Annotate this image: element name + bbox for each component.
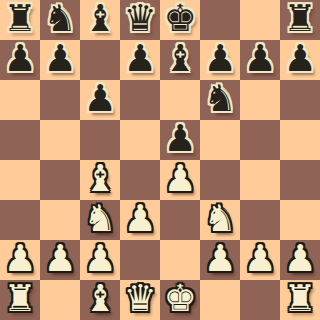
square-f5[interactable] bbox=[200, 120, 240, 160]
square-h1[interactable]: ♜ bbox=[280, 280, 320, 320]
square-a2[interactable]: ♟ bbox=[0, 240, 40, 280]
square-g2[interactable]: ♟ bbox=[240, 240, 280, 280]
square-h8[interactable]: ♜ bbox=[280, 0, 320, 40]
square-e2[interactable] bbox=[160, 240, 200, 280]
square-h3[interactable] bbox=[280, 200, 320, 240]
white-knight[interactable]: ♞ bbox=[83, 199, 116, 239]
white-pawn[interactable]: ♟ bbox=[83, 239, 116, 279]
square-f1[interactable] bbox=[200, 280, 240, 320]
black-king[interactable]: ♚ bbox=[163, 0, 196, 39]
square-c2[interactable]: ♟ bbox=[80, 240, 120, 280]
square-b8[interactable]: ♞ bbox=[40, 0, 80, 40]
square-f4[interactable] bbox=[200, 160, 240, 200]
black-pawn[interactable]: ♟ bbox=[243, 39, 276, 79]
square-g4[interactable] bbox=[240, 160, 280, 200]
white-bishop[interactable]: ♝ bbox=[83, 159, 116, 199]
square-d5[interactable] bbox=[120, 120, 160, 160]
square-d3[interactable]: ♟ bbox=[120, 200, 160, 240]
square-c1[interactable]: ♝ bbox=[80, 280, 120, 320]
square-d8[interactable]: ♛ bbox=[120, 0, 160, 40]
square-h7[interactable]: ♟ bbox=[280, 40, 320, 80]
black-bishop[interactable]: ♝ bbox=[163, 39, 196, 79]
white-pawn[interactable]: ♟ bbox=[3, 239, 36, 279]
black-pawn[interactable]: ♟ bbox=[163, 119, 196, 159]
black-pawn[interactable]: ♟ bbox=[83, 79, 116, 119]
square-d7[interactable]: ♟ bbox=[120, 40, 160, 80]
white-pawn[interactable]: ♟ bbox=[163, 159, 196, 199]
white-queen[interactable]: ♛ bbox=[123, 279, 156, 319]
square-e6[interactable] bbox=[160, 80, 200, 120]
square-h2[interactable]: ♟ bbox=[280, 240, 320, 280]
square-e1[interactable]: ♚ bbox=[160, 280, 200, 320]
black-bishop[interactable]: ♝ bbox=[83, 0, 116, 39]
chess-board: ♜♞♝♛♚♜♟♟♟♝♟♟♟♟♞♟♝♟♞♟♞♟♟♟♟♟♟♜♝♛♚♜ bbox=[0, 0, 320, 320]
white-rook[interactable]: ♜ bbox=[283, 279, 316, 319]
square-d6[interactable] bbox=[120, 80, 160, 120]
square-f8[interactable] bbox=[200, 0, 240, 40]
white-pawn[interactable]: ♟ bbox=[243, 239, 276, 279]
square-a3[interactable] bbox=[0, 200, 40, 240]
black-knight[interactable]: ♞ bbox=[43, 0, 76, 39]
black-pawn[interactable]: ♟ bbox=[283, 39, 316, 79]
square-e3[interactable] bbox=[160, 200, 200, 240]
square-f6[interactable]: ♞ bbox=[200, 80, 240, 120]
square-g8[interactable] bbox=[240, 0, 280, 40]
square-b5[interactable] bbox=[40, 120, 80, 160]
square-d2[interactable] bbox=[120, 240, 160, 280]
square-d1[interactable]: ♛ bbox=[120, 280, 160, 320]
square-a4[interactable] bbox=[0, 160, 40, 200]
black-queen[interactable]: ♛ bbox=[123, 0, 156, 39]
white-king[interactable]: ♚ bbox=[163, 279, 196, 319]
black-pawn[interactable]: ♟ bbox=[43, 39, 76, 79]
square-a8[interactable]: ♜ bbox=[0, 0, 40, 40]
black-pawn[interactable]: ♟ bbox=[203, 39, 236, 79]
white-pawn[interactable]: ♟ bbox=[43, 239, 76, 279]
white-rook[interactable]: ♜ bbox=[3, 279, 36, 319]
black-pawn[interactable]: ♟ bbox=[3, 39, 36, 79]
square-b4[interactable] bbox=[40, 160, 80, 200]
square-b2[interactable]: ♟ bbox=[40, 240, 80, 280]
square-h5[interactable] bbox=[280, 120, 320, 160]
black-pawn[interactable]: ♟ bbox=[123, 39, 156, 79]
square-b7[interactable]: ♟ bbox=[40, 40, 80, 80]
white-knight[interactable]: ♞ bbox=[203, 199, 236, 239]
square-e8[interactable]: ♚ bbox=[160, 0, 200, 40]
square-g5[interactable] bbox=[240, 120, 280, 160]
square-f7[interactable]: ♟ bbox=[200, 40, 240, 80]
square-h4[interactable] bbox=[280, 160, 320, 200]
square-a6[interactable] bbox=[0, 80, 40, 120]
square-c5[interactable] bbox=[80, 120, 120, 160]
square-a5[interactable] bbox=[0, 120, 40, 160]
white-pawn[interactable]: ♟ bbox=[203, 239, 236, 279]
white-pawn[interactable]: ♟ bbox=[283, 239, 316, 279]
square-g3[interactable] bbox=[240, 200, 280, 240]
square-c6[interactable]: ♟ bbox=[80, 80, 120, 120]
square-c7[interactable] bbox=[80, 40, 120, 80]
square-g6[interactable] bbox=[240, 80, 280, 120]
square-e7[interactable]: ♝ bbox=[160, 40, 200, 80]
square-e5[interactable]: ♟ bbox=[160, 120, 200, 160]
square-b1[interactable] bbox=[40, 280, 80, 320]
square-f2[interactable]: ♟ bbox=[200, 240, 240, 280]
square-f3[interactable]: ♞ bbox=[200, 200, 240, 240]
white-pawn[interactable]: ♟ bbox=[123, 199, 156, 239]
square-a7[interactable]: ♟ bbox=[0, 40, 40, 80]
black-rook[interactable]: ♜ bbox=[283, 0, 316, 39]
square-c3[interactable]: ♞ bbox=[80, 200, 120, 240]
square-e4[interactable]: ♟ bbox=[160, 160, 200, 200]
white-bishop[interactable]: ♝ bbox=[83, 279, 116, 319]
square-g1[interactable] bbox=[240, 280, 280, 320]
square-c4[interactable]: ♝ bbox=[80, 160, 120, 200]
square-a1[interactable]: ♜ bbox=[0, 280, 40, 320]
square-d4[interactable] bbox=[120, 160, 160, 200]
square-c8[interactable]: ♝ bbox=[80, 0, 120, 40]
square-b6[interactable] bbox=[40, 80, 80, 120]
black-knight[interactable]: ♞ bbox=[203, 79, 236, 119]
black-rook[interactable]: ♜ bbox=[3, 0, 36, 39]
square-h6[interactable] bbox=[280, 80, 320, 120]
square-g7[interactable]: ♟ bbox=[240, 40, 280, 80]
square-b3[interactable] bbox=[40, 200, 80, 240]
